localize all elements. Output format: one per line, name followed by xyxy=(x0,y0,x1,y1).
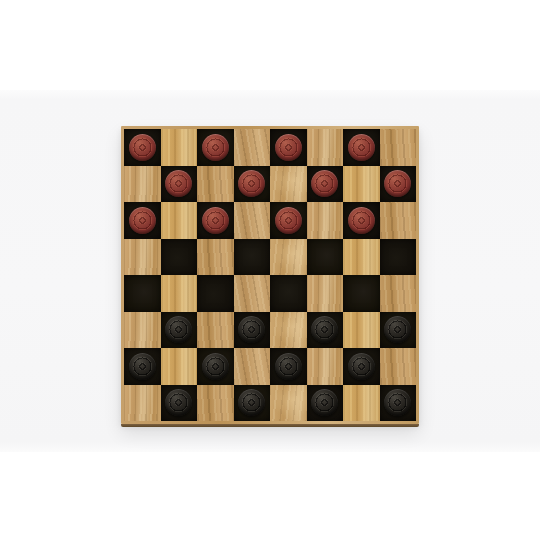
checker-black: ⛃ xyxy=(165,316,192,343)
square-r7c1: ⛃ xyxy=(124,348,161,385)
square-r4c1 xyxy=(124,239,161,276)
square-r5c4 xyxy=(234,275,271,312)
checker-red: ⛂ xyxy=(348,134,375,161)
checker-black: ⛃ xyxy=(348,353,375,380)
square-r6c4: ⛃ xyxy=(234,312,271,349)
square-r2c4: ⛂ xyxy=(234,166,271,203)
square-r1c4 xyxy=(234,129,271,166)
square-r2c8: ⛂ xyxy=(380,166,417,203)
square-r3c2 xyxy=(161,202,198,239)
square-r4c8 xyxy=(380,239,417,276)
square-r8c1 xyxy=(124,385,161,422)
square-r1c1: ⛂ xyxy=(124,129,161,166)
checker-red: ⛂ xyxy=(202,207,229,234)
square-r8c8: ⛃ xyxy=(380,385,417,422)
checker-black: ⛃ xyxy=(238,389,265,416)
square-r6c6: ⛃ xyxy=(307,312,344,349)
square-r5c2 xyxy=(161,275,198,312)
checker-black: ⛃ xyxy=(129,353,156,380)
checkers-board-grid: ⛂⛂⛂⛂⛂⛂⛂⛂⛂⛂⛂⛂⛃⛃⛃⛃⛃⛃⛃⛃⛃⛃⛃⛃ xyxy=(124,129,416,421)
square-r2c2: ⛂ xyxy=(161,166,198,203)
checker-black: ⛃ xyxy=(384,316,411,343)
checker-red: ⛂ xyxy=(202,134,229,161)
checker-red: ⛂ xyxy=(129,207,156,234)
square-r3c5: ⛂ xyxy=(270,202,307,239)
checker-red: ⛂ xyxy=(384,170,411,197)
square-r7c8 xyxy=(380,348,417,385)
square-r5c6 xyxy=(307,275,344,312)
checker-black: ⛃ xyxy=(384,389,411,416)
square-r7c7: ⛃ xyxy=(343,348,380,385)
square-r3c6 xyxy=(307,202,344,239)
square-r5c8 xyxy=(380,275,417,312)
checker-red: ⛂ xyxy=(275,207,302,234)
square-r5c1 xyxy=(124,275,161,312)
square-r8c7 xyxy=(343,385,380,422)
checker-red: ⛂ xyxy=(129,134,156,161)
square-r2c3 xyxy=(197,166,234,203)
square-r1c3: ⛂ xyxy=(197,129,234,166)
square-r3c3: ⛂ xyxy=(197,202,234,239)
square-r1c7: ⛂ xyxy=(343,129,380,166)
square-r6c5 xyxy=(270,312,307,349)
checker-red: ⛂ xyxy=(311,170,338,197)
square-r8c4: ⛃ xyxy=(234,385,271,422)
square-r4c5 xyxy=(270,239,307,276)
checker-red: ⛂ xyxy=(348,207,375,234)
square-r8c2: ⛃ xyxy=(161,385,198,422)
checker-black: ⛃ xyxy=(202,353,229,380)
square-r4c2 xyxy=(161,239,198,276)
square-r4c3 xyxy=(197,239,234,276)
square-r6c2: ⛃ xyxy=(161,312,198,349)
checkers-board: ⛂⛂⛂⛂⛂⛂⛂⛂⛂⛂⛂⛂⛃⛃⛃⛃⛃⛃⛃⛃⛃⛃⛃⛃ xyxy=(121,126,419,424)
square-r6c8: ⛃ xyxy=(380,312,417,349)
square-r3c1: ⛂ xyxy=(124,202,161,239)
square-r1c2 xyxy=(161,129,198,166)
checker-black: ⛃ xyxy=(238,316,265,343)
square-r7c4 xyxy=(234,348,271,385)
square-r1c8 xyxy=(380,129,417,166)
square-r3c4 xyxy=(234,202,271,239)
square-r7c3: ⛃ xyxy=(197,348,234,385)
square-r4c7 xyxy=(343,239,380,276)
square-r4c4 xyxy=(234,239,271,276)
square-r7c6 xyxy=(307,348,344,385)
checker-black: ⛃ xyxy=(311,389,338,416)
checker-black: ⛃ xyxy=(275,353,302,380)
square-r4c6 xyxy=(307,239,344,276)
square-r5c3 xyxy=(197,275,234,312)
square-r6c7 xyxy=(343,312,380,349)
square-r2c1 xyxy=(124,166,161,203)
square-r3c8 xyxy=(380,202,417,239)
square-r1c5: ⛂ xyxy=(270,129,307,166)
square-r7c5: ⛃ xyxy=(270,348,307,385)
square-r6c3 xyxy=(197,312,234,349)
square-r2c5 xyxy=(270,166,307,203)
square-r1c6 xyxy=(307,129,344,166)
checker-black: ⛃ xyxy=(311,316,338,343)
square-r3c7: ⛂ xyxy=(343,202,380,239)
square-r8c3 xyxy=(197,385,234,422)
square-r8c6: ⛃ xyxy=(307,385,344,422)
square-r5c5 xyxy=(270,275,307,312)
checker-red: ⛂ xyxy=(238,170,265,197)
checker-red: ⛂ xyxy=(165,170,192,197)
checker-black: ⛃ xyxy=(165,389,192,416)
square-r7c2 xyxy=(161,348,198,385)
square-r2c7 xyxy=(343,166,380,203)
square-r8c5 xyxy=(270,385,307,422)
square-r5c7 xyxy=(343,275,380,312)
square-r2c6: ⛂ xyxy=(307,166,344,203)
checker-red: ⛂ xyxy=(275,134,302,161)
square-r6c1 xyxy=(124,312,161,349)
